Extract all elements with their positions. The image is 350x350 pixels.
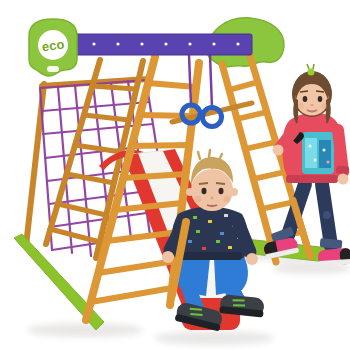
- girl-hair-tie-sprout: [307, 64, 314, 69]
- boy-hand-right: [246, 253, 258, 265]
- girl-hand-right: [338, 174, 349, 185]
- girl-cuff-right: [320, 238, 343, 249]
- boy-hand-left: [162, 251, 174, 263]
- boy-face: [191, 169, 233, 211]
- playset-illustration: eco: [0, 0, 350, 350]
- girl-hair-tie: [308, 69, 315, 76]
- girl-hand-left: [273, 145, 284, 156]
- girl: [263, 64, 350, 266]
- girl-sweater-hem: [286, 175, 338, 183]
- eco-badge-text: eco: [41, 37, 65, 55]
- eco-badge-panel: eco: [29, 19, 77, 76]
- girl-cuff-arm: [336, 165, 350, 174]
- girl-jeans-wash2: [323, 211, 331, 219]
- top-beam: [55, 34, 252, 55]
- girl-shoe-right: [317, 248, 350, 266]
- product-photo: eco: [0, 0, 350, 350]
- boy-sweater-hem: [176, 252, 242, 260]
